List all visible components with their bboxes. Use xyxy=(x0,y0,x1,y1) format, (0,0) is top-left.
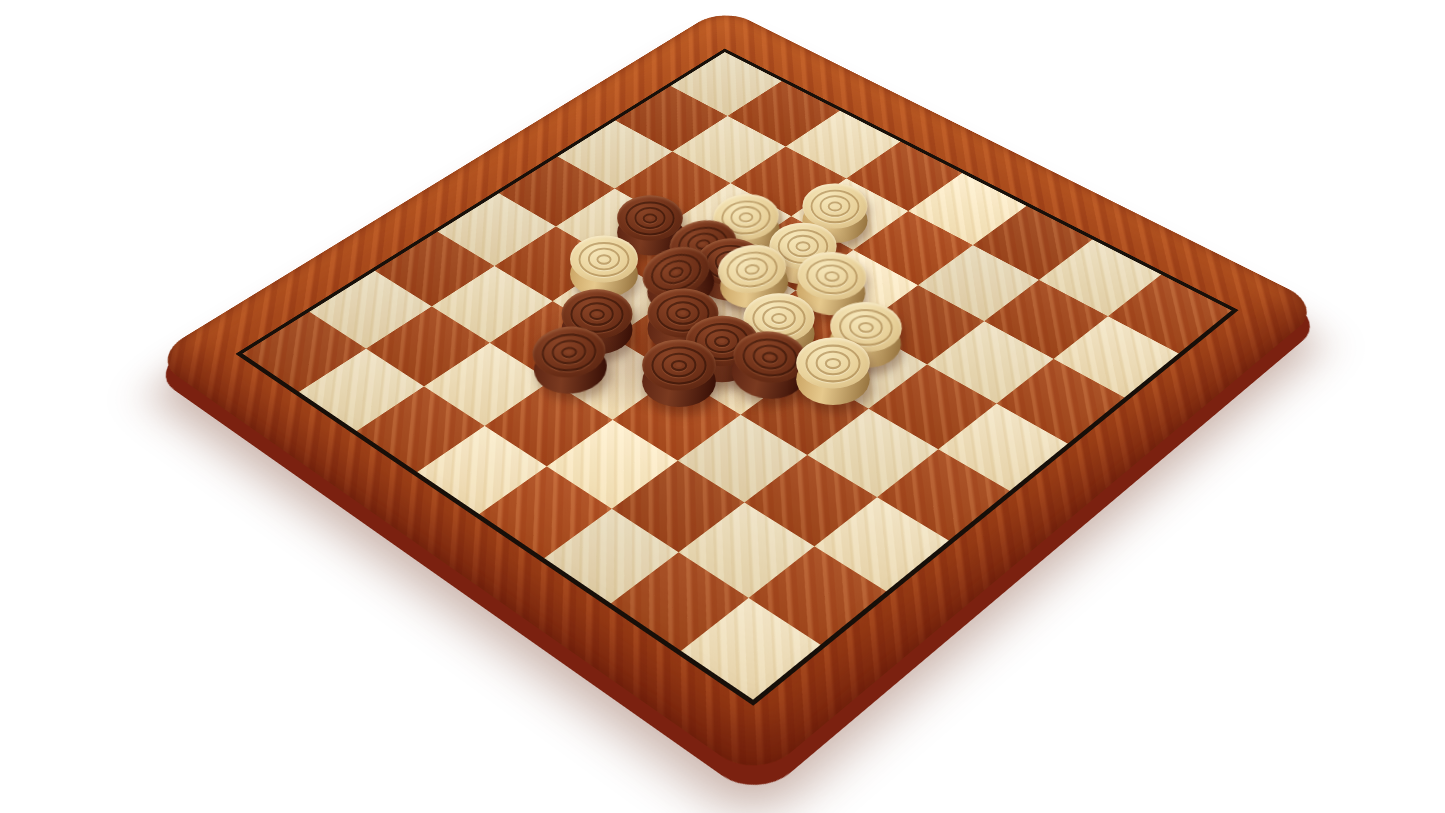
piece-hub xyxy=(676,363,682,367)
piece-hub xyxy=(832,204,837,208)
piece-hub xyxy=(829,274,835,278)
checker-piece-dark[interactable] xyxy=(530,324,609,397)
board-perspective-wrapper xyxy=(0,0,1445,813)
piece-top-face xyxy=(796,337,870,388)
piece-top-face xyxy=(570,235,638,282)
piece-hub xyxy=(594,312,600,316)
piece-hub xyxy=(566,350,572,355)
checker-piece-light[interactable] xyxy=(570,235,638,297)
piece-hub xyxy=(601,257,606,261)
piece-hub xyxy=(830,361,836,365)
piece-hub xyxy=(743,215,749,219)
piece-hub xyxy=(673,269,679,274)
photo-background xyxy=(0,0,1445,813)
piece-hub xyxy=(719,339,725,343)
piece-hub xyxy=(863,325,869,329)
checker-piece-dark[interactable] xyxy=(642,339,716,407)
piece-hub xyxy=(680,311,686,315)
piece-hub xyxy=(800,244,805,248)
piece-hub xyxy=(749,267,755,272)
piece-hub xyxy=(647,216,652,220)
checker-piece-light[interactable] xyxy=(796,337,870,404)
piece-top-face xyxy=(642,339,716,390)
piece-hub xyxy=(776,316,782,320)
piece-hub xyxy=(767,355,773,360)
